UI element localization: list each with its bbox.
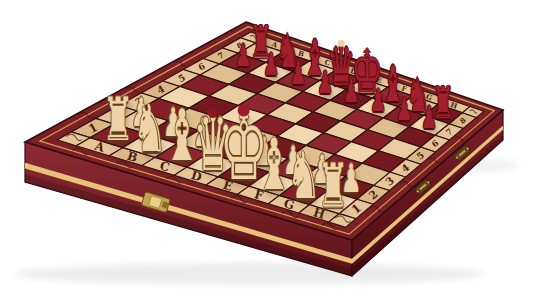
red-knight-b8: ♞ bbox=[276, 27, 300, 73]
red-pawn-c7: ♟ bbox=[290, 59, 307, 90]
red-pawn-b7: ♟ bbox=[262, 50, 279, 81]
white-queen-red-beads bbox=[208, 108, 218, 118]
red-pawn-e7: ♟ bbox=[343, 77, 360, 108]
white-pawn-h2: ♟ bbox=[341, 159, 362, 198]
white-bishop-c1: ♝ bbox=[163, 101, 200, 172]
red-pawn-d7: ♟ bbox=[316, 68, 333, 99]
red-pawn-f7: ♟ bbox=[369, 85, 386, 116]
white-pawn-a2: ♟ bbox=[131, 93, 152, 132]
white-pawn-c2: ♟ bbox=[193, 113, 214, 152]
red-bishop-f8: ♝ bbox=[380, 60, 406, 109]
red-bishop-c8: ♝ bbox=[302, 34, 328, 83]
pieces-layer: ♜♞♝♛♚♝♞♜♟♟♟♟♟♟♟♟♟♟♟♟♟♟♟♟♜♞♝♛♚♝♞♜ bbox=[0, 0, 533, 301]
red-pawn-g7: ♟ bbox=[395, 94, 412, 125]
red-pawn-h7: ♟ bbox=[421, 103, 438, 134]
white-king-e1: ♚ bbox=[220, 102, 269, 194]
red-knight-g8: ♞ bbox=[406, 71, 430, 117]
white-pawn-b2: ♟ bbox=[162, 103, 183, 142]
chess-set-photo: AA11BB22CC33DD44EE55FF66GG77HH88 ♜♞♝♛♚♝♞… bbox=[0, 0, 533, 301]
red-rook-h8: ♜ bbox=[432, 81, 455, 125]
white-knight-b1: ♞ bbox=[133, 95, 167, 160]
white-rook-a1: ♜ bbox=[103, 90, 135, 150]
white-king-red-crown bbox=[238, 105, 250, 117]
red-pawn-a7: ♟ bbox=[235, 41, 252, 72]
white-rook-h1: ♜ bbox=[318, 156, 350, 216]
white-knight-g1: ♞ bbox=[287, 143, 321, 208]
red-queen-cream-beads bbox=[337, 40, 344, 47]
red-rook-a8: ♜ bbox=[249, 20, 272, 64]
white-pawn-e2: ♟ bbox=[253, 131, 274, 170]
white-pawn-d2: ♟ bbox=[223, 122, 244, 161]
red-king-e8: ♚ bbox=[351, 42, 383, 102]
white-bishop-f1: ♝ bbox=[255, 129, 292, 200]
white-pawn-f2: ♟ bbox=[283, 141, 304, 180]
red-queen-d8: ♛ bbox=[327, 38, 356, 92]
white-queen-d1: ♛ bbox=[193, 106, 233, 182]
white-pawn-g2: ♟ bbox=[312, 150, 333, 189]
